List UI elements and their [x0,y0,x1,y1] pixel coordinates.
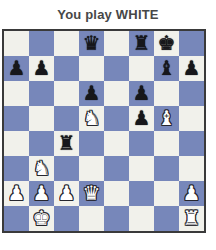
piece-black-rook-f8: ♜ [133,31,151,56]
square-b3[interactable]: ♞ [29,156,54,181]
square-c3[interactable] [54,156,79,181]
square-d5[interactable]: ♞ [79,106,104,131]
piece-black-king-g8: ♚ [158,31,176,56]
square-f3[interactable] [129,156,154,181]
square-d8[interactable]: ♛ [79,31,104,56]
square-h7[interactable]: ♟ [179,56,204,81]
piece-black-queen-d8: ♛ [83,31,101,56]
square-h5[interactable] [179,106,204,131]
piece-white-pawn-b2: ♟ [33,181,51,206]
square-d7[interactable] [79,56,104,81]
square-b5[interactable] [29,106,54,131]
square-d2[interactable]: ♛ [79,181,104,206]
square-a7[interactable]: ♟ [4,56,29,81]
square-g2[interactable] [154,181,179,206]
square-g8[interactable]: ♚ [154,31,179,56]
square-a3[interactable] [4,156,29,181]
piece-black-rook-c4: ♜ [58,131,76,156]
square-f2[interactable] [129,181,154,206]
square-b2[interactable]: ♟ [29,181,54,206]
square-g4[interactable] [154,131,179,156]
square-e1[interactable] [104,206,129,231]
piece-white-queen-d2: ♛ [83,181,101,206]
square-f5[interactable]: ♟ [129,106,154,131]
square-f6[interactable]: ♟ [129,81,154,106]
square-c7[interactable] [54,56,79,81]
square-h8[interactable] [179,31,204,56]
piece-black-bishop-g7: ♝ [158,56,176,81]
piece-white-knight-d5: ♞ [83,106,101,131]
page-title: You play WHITE [0,0,216,29]
square-d4[interactable] [79,131,104,156]
square-a5[interactable] [4,106,29,131]
square-c6[interactable] [54,81,79,106]
square-h6[interactable] [179,81,204,106]
square-h3[interactable] [179,156,204,181]
square-e5[interactable] [104,106,129,131]
square-h2[interactable]: ♟ [179,181,204,206]
square-a6[interactable] [4,81,29,106]
square-c2[interactable]: ♟ [54,181,79,206]
square-b6[interactable] [29,81,54,106]
square-d1[interactable] [79,206,104,231]
chess-board: ♛♜♚♟♟♝♟♟♟♞♟♝♜♞♟♟♟♛♟♚♜ [2,29,206,233]
piece-black-pawn-f6: ♟ [133,81,151,106]
square-c8[interactable] [54,31,79,56]
square-c1[interactable] [54,206,79,231]
square-e6[interactable] [104,81,129,106]
square-f7[interactable] [129,56,154,81]
square-f4[interactable] [129,131,154,156]
square-e3[interactable] [104,156,129,181]
square-a4[interactable] [4,131,29,156]
piece-black-pawn-a7: ♟ [8,56,26,81]
piece-black-pawn-b7: ♟ [33,56,51,81]
square-e8[interactable] [104,31,129,56]
square-e2[interactable] [104,181,129,206]
square-h4[interactable] [179,131,204,156]
piece-white-pawn-h2: ♟ [183,181,201,206]
square-a8[interactable] [4,31,29,56]
piece-white-rook-h1: ♜ [183,206,201,231]
square-g1[interactable] [154,206,179,231]
square-e7[interactable] [104,56,129,81]
square-b7[interactable]: ♟ [29,56,54,81]
square-g3[interactable] [154,156,179,181]
piece-white-pawn-c2: ♟ [58,181,76,206]
square-a1[interactable] [4,206,29,231]
square-b1[interactable]: ♚ [29,206,54,231]
piece-white-bishop-g5: ♝ [158,106,176,131]
piece-white-pawn-a2: ♟ [8,181,26,206]
square-b4[interactable] [29,131,54,156]
square-b8[interactable] [29,31,54,56]
square-a2[interactable]: ♟ [4,181,29,206]
square-c5[interactable] [54,106,79,131]
square-d3[interactable] [79,156,104,181]
square-f8[interactable]: ♜ [129,31,154,56]
piece-black-pawn-f5: ♟ [133,106,151,131]
square-d6[interactable]: ♟ [79,81,104,106]
square-g6[interactable] [154,81,179,106]
square-f1[interactable] [129,206,154,231]
piece-white-knight-b3: ♞ [33,156,51,181]
piece-black-pawn-d6: ♟ [83,81,101,106]
square-g5[interactable]: ♝ [154,106,179,131]
piece-black-pawn-h7: ♟ [183,56,201,81]
square-c4[interactable]: ♜ [54,131,79,156]
square-h1[interactable]: ♜ [179,206,204,231]
piece-white-king-b1: ♚ [33,206,51,231]
square-g7[interactable]: ♝ [154,56,179,81]
square-e4[interactable] [104,131,129,156]
